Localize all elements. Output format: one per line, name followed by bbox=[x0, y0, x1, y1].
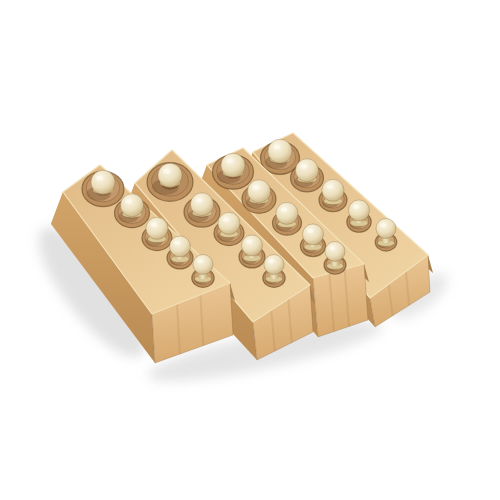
knob-highlight bbox=[226, 159, 233, 164]
knobbed-cylinder-blocks-photo bbox=[0, 0, 500, 500]
block-1-cylinder-1 bbox=[82, 170, 124, 206]
knob-highlight bbox=[96, 176, 103, 181]
knob-highlight bbox=[174, 241, 180, 245]
block-1-cylinder-2-knob bbox=[121, 194, 144, 217]
block-1-cylinder-3-knob bbox=[146, 217, 168, 239]
block-2-cylinder-4 bbox=[239, 235, 265, 268]
knob-highlight bbox=[252, 185, 259, 190]
knob-highlight bbox=[163, 169, 170, 174]
block-2-cylinder-3-knob bbox=[218, 212, 240, 234]
knob-highlight bbox=[329, 246, 335, 250]
block-2-cylinder-2-knob bbox=[191, 193, 214, 216]
photo-stage bbox=[0, 0, 500, 500]
knob-highlight bbox=[195, 198, 202, 203]
block-2-cylinder-5-knob bbox=[264, 255, 284, 275]
knob-highlight bbox=[380, 223, 386, 227]
block-1-cylinder-1-knob bbox=[91, 170, 115, 194]
block-1-cylinder-4 bbox=[167, 236, 193, 269]
block-4-cylinder-4 bbox=[347, 200, 371, 232]
block-4-cylinder-3-knob bbox=[322, 179, 344, 201]
knob-highlight bbox=[125, 199, 132, 204]
block-2-cylinder-1-knob bbox=[158, 163, 182, 187]
knob-highlight bbox=[300, 164, 307, 169]
knob-highlight bbox=[151, 223, 158, 227]
block-3-cylinder-1-knob bbox=[221, 153, 245, 177]
block-4-cylinder-5 bbox=[375, 219, 397, 252]
block-2-cylinder-1 bbox=[147, 163, 193, 202]
block-3-cylinder-5 bbox=[324, 242, 346, 275]
block-3-cylinder-3-knob bbox=[276, 202, 298, 224]
knob-highlight bbox=[353, 205, 359, 209]
knob-highlight bbox=[281, 208, 288, 212]
block-4-cylinder-2-knob bbox=[296, 159, 319, 182]
knob-highlight bbox=[246, 240, 252, 244]
block-1-cylinder-4-knob bbox=[170, 236, 191, 257]
knob-highlight bbox=[273, 145, 280, 150]
block-3-cylinder-4 bbox=[300, 224, 325, 257]
block-4-cylinder-1-knob bbox=[268, 139, 292, 163]
block-3-cylinder-5-knob bbox=[325, 242, 345, 262]
block-2-cylinder-5 bbox=[263, 255, 285, 288]
block-1-cylinder-5 bbox=[192, 255, 214, 288]
knob-highlight bbox=[307, 229, 313, 233]
block-3-cylinder-4-knob bbox=[303, 224, 324, 245]
knob-highlight bbox=[223, 218, 230, 222]
knob-highlight bbox=[327, 185, 334, 189]
block-1-cylinder-5-knob bbox=[193, 255, 213, 275]
knob-highlight bbox=[268, 259, 274, 263]
block-4-cylinder-5-knob bbox=[376, 219, 396, 239]
block-2-cylinder-4-knob bbox=[242, 235, 263, 256]
block-4-cylinder-4-knob bbox=[349, 200, 370, 221]
block-3-cylinder-2-knob bbox=[248, 180, 271, 203]
knob-highlight bbox=[197, 259, 203, 263]
